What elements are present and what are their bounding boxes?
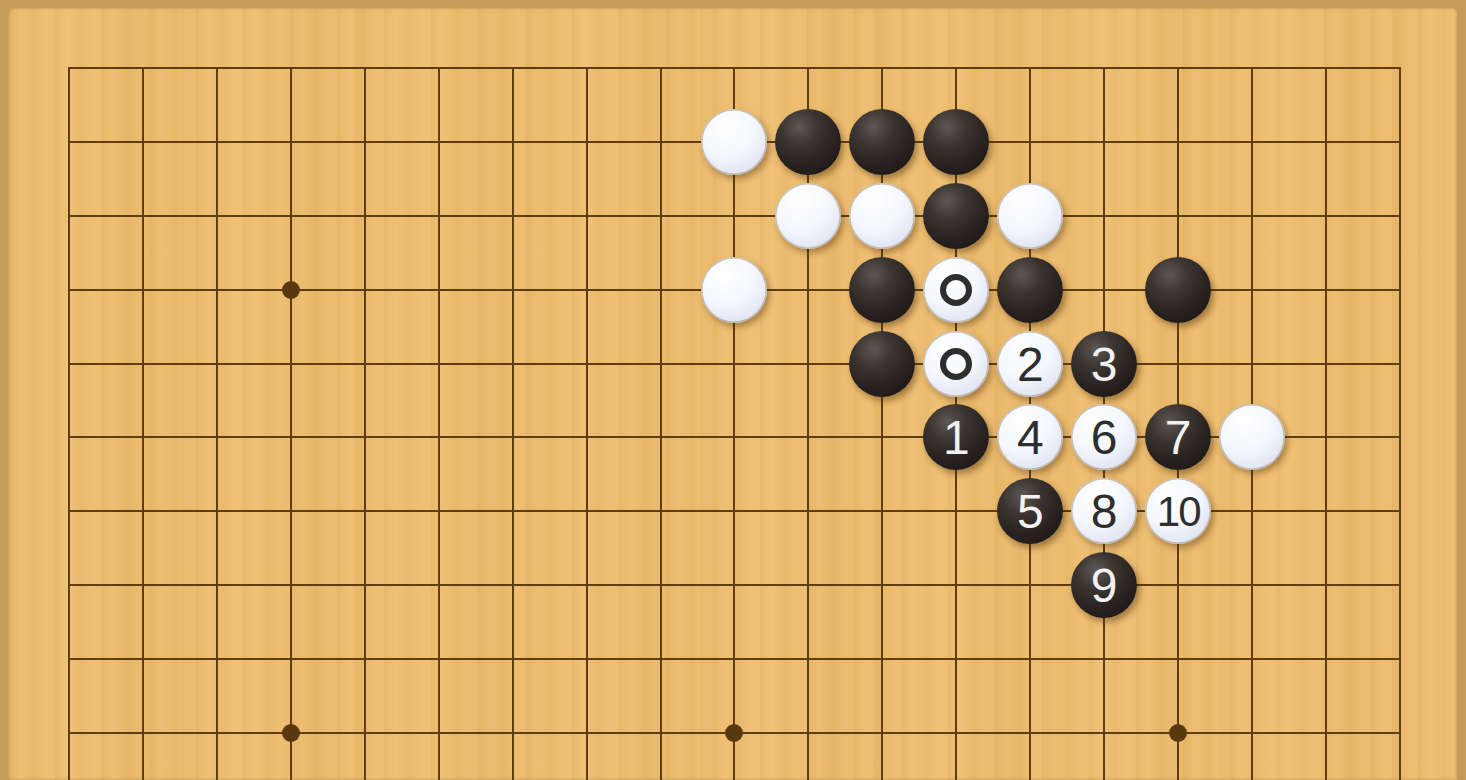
grid-line-vertical: [290, 68, 292, 780]
stone-black-P15[interactable]: 3: [1071, 331, 1137, 397]
stone-black-N14[interactable]: 1: [923, 404, 989, 470]
stone-white-O17[interactable]: [997, 183, 1063, 249]
stone-white-O15[interactable]: 2: [997, 331, 1063, 397]
stone-white-N15[interactable]: [923, 331, 989, 397]
star-point: [282, 724, 300, 742]
grid-line-vertical: [1325, 68, 1327, 780]
stone-black-L18[interactable]: [775, 109, 841, 175]
grid-line-vertical: [142, 68, 144, 780]
stone-white-P13[interactable]: 8: [1071, 478, 1137, 544]
circle-marker-icon: [940, 274, 972, 306]
page-background: 23146758109: [0, 0, 1466, 780]
stone-black-O13[interactable]: 5: [997, 478, 1063, 544]
move-number: 5: [1017, 488, 1044, 536]
stone-black-M18[interactable]: [849, 109, 915, 175]
grid-line-horizontal: [68, 215, 1401, 217]
stone-white-O14[interactable]: 4: [997, 404, 1063, 470]
stone-white-Q13[interactable]: 10: [1145, 478, 1211, 544]
stone-black-Q16[interactable]: [1145, 257, 1211, 323]
grid-line-vertical: [68, 68, 70, 780]
stone-black-P12[interactable]: 9: [1071, 552, 1137, 618]
move-number: 1: [943, 414, 970, 462]
stone-black-N17[interactable]: [923, 183, 989, 249]
move-number: 7: [1165, 414, 1192, 462]
star-point: [282, 281, 300, 299]
grid-line-vertical: [660, 68, 662, 780]
grid-line-vertical: [512, 68, 514, 780]
circle-marker-icon: [940, 348, 972, 380]
move-number: 2: [1017, 341, 1044, 389]
stone-white-P14[interactable]: 6: [1071, 404, 1137, 470]
star-point: [725, 724, 743, 742]
grid-line-vertical: [216, 68, 218, 780]
star-point: [1169, 724, 1187, 742]
grid-line-horizontal: [68, 363, 1401, 365]
stone-black-N18[interactable]: [923, 109, 989, 175]
move-number: 9: [1091, 562, 1118, 610]
stone-white-R14[interactable]: [1219, 404, 1285, 470]
move-number: 10: [1157, 491, 1200, 533]
stone-black-O16[interactable]: [997, 257, 1063, 323]
grid-line-vertical: [438, 68, 440, 780]
move-number: 4: [1017, 414, 1044, 462]
grid-line-vertical: [364, 68, 366, 780]
move-number: 8: [1091, 488, 1118, 536]
stone-white-N16[interactable]: [923, 257, 989, 323]
grid-line-horizontal: [68, 584, 1401, 586]
stone-black-Q14[interactable]: 7: [1145, 404, 1211, 470]
grid-line-vertical: [1399, 68, 1401, 780]
stone-black-M15[interactable]: [849, 331, 915, 397]
stone-white-K16[interactable]: [701, 257, 767, 323]
stone-white-K18[interactable]: [701, 109, 767, 175]
grid-line-horizontal: [68, 67, 1401, 69]
move-number: 3: [1091, 341, 1118, 389]
grid-line-horizontal: [68, 658, 1401, 660]
stone-white-L17[interactable]: [775, 183, 841, 249]
stone-black-M16[interactable]: [849, 257, 915, 323]
grid-line-vertical: [586, 68, 588, 780]
move-number: 6: [1091, 414, 1118, 462]
stone-white-M17[interactable]: [849, 183, 915, 249]
go-board[interactable]: 23146758109: [8, 8, 1457, 780]
